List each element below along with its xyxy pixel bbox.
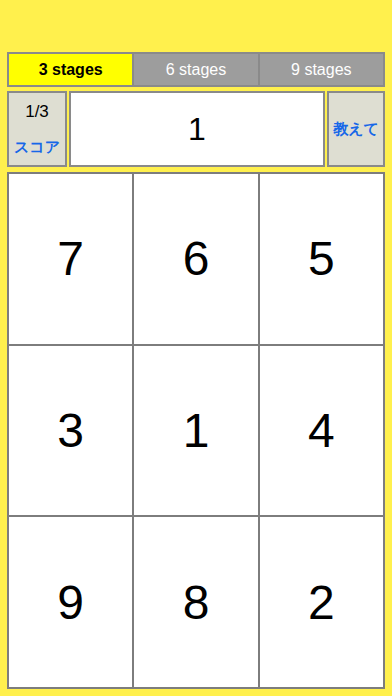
tab-6-stages[interactable]: 6 stages [132, 54, 257, 85]
tab-9-stages[interactable]: 9 stages [258, 54, 383, 85]
target-number-display: 1 [69, 91, 325, 167]
number-grid: 7 6 5 3 1 4 9 8 2 [7, 172, 385, 689]
app-screen: 3 stages 6 stages 9 stages 1/3 スコア 1 教えて… [0, 0, 392, 696]
tab-3-stages[interactable]: 3 stages [9, 54, 132, 85]
number-cell[interactable]: 3 [9, 346, 132, 516]
number-cell[interactable]: 1 [134, 346, 257, 516]
number-cell[interactable]: 9 [9, 517, 132, 687]
status-row: 1/3 スコア 1 教えて [7, 91, 385, 167]
number-cell[interactable]: 2 [260, 517, 383, 687]
number-cell[interactable]: 5 [260, 174, 383, 344]
number-cell[interactable]: 8 [134, 517, 257, 687]
stage-progress: 1/3 [25, 102, 49, 122]
score-label: スコア [14, 138, 60, 157]
number-cell[interactable]: 6 [134, 174, 257, 344]
score-button[interactable]: 1/3 スコア [7, 91, 67, 167]
stage-tabbar: 3 stages 6 stages 9 stages [7, 52, 385, 87]
number-cell[interactable]: 7 [9, 174, 132, 344]
hint-button[interactable]: 教えて [327, 91, 385, 167]
number-cell[interactable]: 4 [260, 346, 383, 516]
